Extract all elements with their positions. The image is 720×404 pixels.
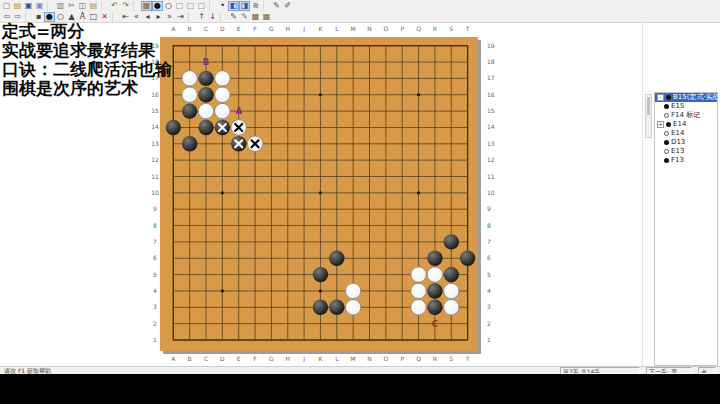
tree-item-label: F14 标记: [671, 111, 700, 120]
board-setup-icon[interactable]: ▦: [141, 1, 152, 11]
coord-letter-top: R: [433, 25, 437, 32]
black-stone-K5: [313, 267, 328, 282]
coord-number-right: 1: [487, 336, 491, 343]
small-square-mark-icon[interactable]: ▪: [33, 12, 44, 22]
tree-item-E14[interactable]: E14: [655, 129, 717, 138]
coord-letter-top: D: [220, 25, 225, 32]
black-stone-T6: [460, 251, 475, 266]
tree-item-B15[interactable]: -B15(定式·实战) 正解: [655, 93, 717, 102]
toolbar-separator: [209, 1, 215, 11]
coord-letter-top: E: [237, 25, 241, 32]
coord-number-right: 14: [487, 123, 495, 130]
toolbar-separator: [112, 12, 118, 22]
white-stone-C15: [198, 103, 213, 118]
white-stone-B16: [182, 87, 197, 102]
coord-number-left: 2: [153, 320, 157, 327]
coord-letter-top: K: [318, 25, 323, 32]
toolbar-separator: [47, 1, 53, 11]
black-stone-C14: [198, 120, 213, 135]
annotation-line: 口诀：二线爬活活也输: [2, 60, 172, 79]
letterbox-bar: [0, 374, 720, 404]
coord-number-right: 15: [487, 107, 495, 114]
coord-number-right: 17: [487, 74, 495, 81]
tree-item-label: E14: [671, 129, 684, 138]
play-black-icon[interactable]: ●: [44, 12, 55, 22]
coord-number-left: 14: [151, 123, 159, 130]
black-stone-icon: [664, 140, 669, 145]
board-large-icon[interactable]: ▦: [261, 12, 272, 22]
save-all-icon[interactable]: ▣: [34, 1, 45, 11]
star-point: [221, 191, 224, 194]
black-stone-mode-icon[interactable]: ●: [152, 1, 163, 11]
coord-number-right: 5: [487, 271, 491, 278]
cut-icon[interactable]: ✂: [66, 1, 77, 11]
coord-number-right: 9: [487, 205, 491, 212]
black-stone-L6: [329, 251, 344, 266]
pen-2-icon[interactable]: ✐: [282, 1, 293, 11]
mark-square-icon[interactable]: □: [88, 12, 99, 22]
toolbar-separator: [188, 12, 194, 22]
coord-letter-bottom: B: [188, 355, 192, 362]
mark-letter-icon[interactable]: A: [77, 12, 88, 22]
coord-letter-bottom: A: [171, 355, 176, 362]
coord-letter-top: F: [253, 25, 257, 32]
dot-tool-icon[interactable]: •: [217, 1, 228, 11]
black-stone-icon: [664, 104, 669, 109]
toolbar-separator: [101, 1, 107, 11]
white-stone-icon: [664, 113, 669, 118]
black-stone-R3: [427, 300, 442, 315]
coord-number-right: 16: [487, 91, 495, 98]
board-label-B: B: [203, 57, 209, 67]
white-stone-M3: [345, 300, 360, 315]
black-stone-icon: [666, 95, 671, 100]
tree-scrollbar[interactable]: [645, 94, 652, 138]
white-stone-Q3: [411, 300, 426, 315]
white-stone-B17: [182, 71, 197, 86]
coord-letter-bottom: F: [253, 355, 257, 362]
coord-letter-top: M: [351, 25, 356, 32]
star-point: [319, 289, 322, 292]
coord-letter-bottom: E: [237, 355, 241, 362]
coord-letter-bottom: H: [285, 355, 290, 362]
annotation-line: 实战要追求最好结果: [2, 41, 172, 60]
coord-letter-bottom: R: [433, 355, 437, 362]
toolbar-row-1: ▢▤▣▣▥✂◫▤↶↷▦●○□□□•◧◨≋✎✐: [1, 0, 293, 11]
coord-letter-bottom: L: [335, 355, 339, 362]
black-stone-C16: [198, 87, 213, 102]
coord-number-left: 7: [153, 238, 157, 245]
annotation-line: 定式=两分: [2, 22, 172, 41]
annotation-line: 围棋是次序的艺术: [2, 79, 172, 98]
black-stone-icon: [664, 158, 669, 163]
coord-number-left: 10: [151, 189, 159, 196]
toolbar-separator: [220, 12, 226, 22]
black-stone-R6: [427, 251, 442, 266]
tree-item-label: E15: [671, 102, 684, 111]
toolbar-separator: [133, 1, 139, 11]
save-file-icon[interactable]: ▣: [23, 1, 34, 11]
toolbar: ▢▤▣▣▥✂◫▤↶↷▦●○□□□•◧◨≋✎✐ ⇦⇨▪●○▲A□✕⇤«◂▸»⇥↑↓…: [0, 0, 720, 23]
coord-number-right: 18: [487, 58, 495, 65]
panel-left-icon[interactable]: ◧: [228, 1, 239, 11]
go-board-canvas[interactable]: AABBCCDDEEFFGGHHJJKKLLMMNNOOPPQQRRSSTT19…: [146, 24, 500, 366]
nav-forward-icon[interactable]: ⇨: [12, 12, 23, 22]
go-board[interactable]: AABBCCDDEEFFGGHHJJKKLLMMNNOOPPQQRRSSTT19…: [146, 24, 500, 366]
tree-item-label: B15(定式·实战) 正解: [673, 93, 717, 102]
move-fwd-10-icon[interactable]: »: [164, 12, 175, 22]
empty-box-1-icon[interactable]: □: [174, 1, 185, 11]
mark-x-icon[interactable]: ✕: [99, 12, 110, 22]
paste-icon[interactable]: ▤: [88, 1, 99, 11]
star-point: [417, 93, 420, 96]
coord-letter-top: N: [367, 25, 372, 32]
pen-1-icon[interactable]: ✎: [271, 1, 282, 11]
tree-item-label: E13: [671, 147, 684, 156]
panel-right-icon[interactable]: ◨: [239, 1, 250, 11]
coord-letter-bottom: J: [302, 355, 305, 363]
white-stone-M4: [345, 283, 360, 298]
coord-number-left: 8: [153, 222, 157, 229]
coord-number-left: 13: [151, 140, 159, 147]
undo-icon[interactable]: ↶: [109, 1, 120, 11]
board-small-icon[interactable]: ▦: [250, 12, 261, 22]
white-stone-Q4: [411, 283, 426, 298]
white-stone-icon: [664, 149, 669, 154]
variation-up-icon[interactable]: ↑: [196, 12, 207, 22]
coord-letter-top: Q: [416, 25, 421, 32]
coord-letter-bottom: D: [220, 355, 225, 362]
edit-comment-icon[interactable]: ✎: [228, 12, 239, 22]
coord-letter-top: S: [449, 25, 453, 32]
move-prev-icon[interactable]: ◂: [142, 12, 153, 22]
variation-tree-panel: -B15(定式·实战) 正解E15F14 标记+E14E14D13E13F13: [654, 92, 718, 366]
white-stone-Q5: [411, 267, 426, 282]
panel-divider: [642, 22, 643, 366]
coord-letter-top: H: [285, 25, 290, 32]
coord-letter-bottom: O: [383, 355, 388, 362]
board-label-C: C: [432, 319, 438, 329]
black-stone-K3: [313, 300, 328, 315]
coord-number-left: 6: [153, 254, 157, 261]
coord-number-left: 4: [153, 287, 157, 294]
coord-letter-top: J: [302, 25, 305, 33]
tree-item-label: E14: [673, 120, 686, 129]
coord-number-right: 2: [487, 320, 491, 327]
black-stone-B15: [182, 103, 197, 118]
coord-number-right: 11: [487, 173, 495, 180]
white-stone-D15: [215, 103, 230, 118]
nav-back-icon[interactable]: ⇦: [1, 12, 12, 22]
board-label-A: A: [235, 106, 242, 116]
star-point: [319, 191, 322, 194]
black-stone-S5: [444, 267, 459, 282]
coord-letter-bottom: K: [318, 355, 323, 362]
white-stone-D16: [215, 87, 230, 102]
coord-number-left: 9: [153, 205, 157, 212]
tree-item-E15[interactable]: E15: [655, 102, 717, 111]
new-file-icon[interactable]: ▢: [1, 1, 12, 11]
empty-box-3-icon[interactable]: □: [196, 1, 207, 11]
tree-item-F13[interactable]: F13: [655, 156, 717, 165]
status-mode: 点: [698, 367, 716, 374]
tree-item-D13[interactable]: D13: [655, 138, 717, 147]
coord-letter-bottom: G: [269, 355, 274, 362]
coord-number-right: 7: [487, 238, 491, 245]
star-point: [221, 289, 224, 292]
coord-number-right: 4: [487, 287, 491, 294]
white-stone-mode-icon[interactable]: ○: [163, 1, 174, 11]
print-icon[interactable]: ▥: [55, 1, 66, 11]
white-stone-R5: [427, 267, 442, 282]
move-back-10-icon[interactable]: «: [131, 12, 142, 22]
coord-number-left: 15: [151, 107, 159, 114]
coord-letter-top: T: [465, 25, 470, 32]
coord-letter-bottom: M: [351, 355, 356, 362]
tree-item-E13[interactable]: E13: [655, 147, 717, 156]
coord-letter-bottom: Q: [416, 355, 421, 362]
tree-scrollbar-thumb[interactable]: [647, 97, 650, 115]
black-stone-B13: [182, 136, 197, 151]
app-window: ▢▤▣▣▥✂◫▤↶↷▦●○□□□•◧◨≋✎✐ ⇦⇨▪●○▲A□✕⇤«◂▸»⇥↑↓…: [0, 0, 720, 374]
coord-number-right: 19: [487, 42, 495, 49]
coord-letter-top: L: [335, 25, 339, 32]
variation-down-icon[interactable]: ↓: [207, 12, 218, 22]
black-stone-A14: [166, 120, 181, 135]
toolbar-separator: [25, 12, 31, 22]
open-file-icon[interactable]: ▤: [12, 1, 23, 11]
coord-letter-bottom: C: [204, 355, 208, 362]
coord-letter-bottom: T: [465, 355, 470, 362]
black-stone-L3: [329, 300, 344, 315]
coord-number-left: 5: [153, 271, 157, 278]
coord-number-right: 6: [487, 254, 491, 261]
tree-item-E14[interactable]: +E14: [655, 120, 717, 129]
coord-number-left: 1: [153, 336, 157, 343]
black-stone-C17: [198, 71, 213, 86]
status-next-player: 下一手: 黑: [646, 367, 692, 374]
move-last-icon[interactable]: ⇥: [175, 12, 186, 22]
white-stone-D17: [215, 71, 230, 86]
lesson-annotation-text: 定式=两分实战要追求最好结果口诀：二线爬活活也输围棋是次序的艺术: [2, 22, 172, 98]
coord-letter-bottom: S: [449, 355, 453, 362]
coord-letter-bottom: N: [367, 355, 372, 362]
coord-number-right: 13: [487, 140, 495, 147]
white-stone-icon: [664, 131, 669, 136]
coord-number-left: 3: [153, 303, 157, 310]
coord-letter-top: C: [204, 25, 208, 32]
empty-box-2-icon[interactable]: □: [185, 1, 196, 11]
coord-letter-top: O: [383, 25, 388, 32]
tree-item-label: F13: [671, 156, 684, 165]
coord-letter-top: G: [269, 25, 274, 32]
move-next-icon[interactable]: ▸: [153, 12, 164, 22]
coord-number-left: 11: [151, 173, 159, 180]
coord-number-right: 8: [487, 222, 491, 229]
variation-tree-items: -B15(定式·实战) 正解E15F14 标记+E14E14D13E13F13: [655, 93, 717, 165]
coord-letter-top: P: [400, 25, 404, 32]
white-stone-S3: [444, 300, 459, 315]
tree-item-label: D13: [671, 138, 685, 147]
black-stone-R4: [427, 283, 442, 298]
coord-letter-bottom: P: [400, 355, 404, 362]
status-move-info: 第7手 共14手: [560, 367, 640, 374]
coord-number-right: 10: [487, 189, 495, 196]
tree-view-icon[interactable]: ≋: [250, 1, 261, 11]
coord-number-left: 12: [151, 156, 159, 163]
redo-icon[interactable]: ↷: [120, 1, 131, 11]
black-stone-S7: [444, 234, 459, 249]
black-stone-icon: [666, 122, 671, 127]
collapse-icon[interactable]: -: [657, 94, 664, 101]
tree-item-F14[interactable]: F14 标记: [655, 111, 717, 120]
star-point: [417, 191, 420, 194]
mark-triangle-icon[interactable]: ▲: [66, 12, 77, 22]
expand-icon[interactable]: +: [657, 121, 664, 128]
play-white-icon[interactable]: ○: [55, 12, 66, 22]
coord-number-right: 12: [487, 156, 495, 163]
move-first-icon[interactable]: ⇤: [120, 12, 131, 22]
coord-letter-top: B: [188, 25, 192, 32]
white-stone-S4: [444, 283, 459, 298]
star-point: [319, 93, 322, 96]
toolbar-separator: [263, 1, 269, 11]
copy-icon[interactable]: ◫: [77, 1, 88, 11]
coord-number-right: 3: [487, 303, 491, 310]
edit-label-icon[interactable]: ✎: [239, 12, 250, 22]
